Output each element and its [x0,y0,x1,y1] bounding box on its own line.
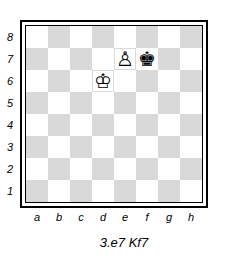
square-b3[interactable] [48,136,70,158]
square-d1[interactable] [92,180,114,202]
square-c6[interactable] [70,70,92,92]
square-a2[interactable] [26,158,48,180]
board-inner: ♙♚♔ [25,25,203,203]
rank-label-8: 8 [0,26,20,48]
square-h1[interactable] [180,180,202,202]
square-b6[interactable] [48,70,70,92]
square-f6[interactable] [136,70,158,92]
file-label-h: h [180,211,202,224]
square-f4[interactable] [136,114,158,136]
square-d2[interactable] [92,158,114,180]
square-a5[interactable] [26,92,48,114]
square-f7[interactable]: ♚ [136,48,158,70]
square-g2[interactable] [158,158,180,180]
file-label-g: g [158,211,180,224]
square-g1[interactable] [158,180,180,202]
rank-labels: 87654321 [0,20,20,202]
square-g4[interactable] [158,114,180,136]
square-g6[interactable] [158,70,180,92]
rank-label-1: 1 [0,180,20,202]
rank-label-3: 3 [0,136,20,158]
file-label-b: b [48,211,70,224]
square-e1[interactable] [114,180,136,202]
square-a6[interactable] [26,70,48,92]
square-b7[interactable] [48,48,70,70]
chess-diagram: 87654321 ♙♚♔ abcdefgh 3.e7 Kf7 [0,0,248,250]
square-h4[interactable] [180,114,202,136]
file-label-f: f [136,211,158,224]
rank-label-7: 7 [0,48,20,70]
square-g5[interactable] [158,92,180,114]
rank-label-2: 2 [0,158,20,180]
square-e5[interactable] [114,92,136,114]
square-b1[interactable] [48,180,70,202]
square-d3[interactable] [92,136,114,158]
square-h3[interactable] [180,136,202,158]
white-king: ♔ [93,71,113,91]
square-f1[interactable] [136,180,158,202]
chess-board: ♙♚♔ [26,26,202,202]
square-d7[interactable] [92,48,114,70]
square-a8[interactable] [26,26,48,48]
square-b8[interactable] [48,26,70,48]
square-h8[interactable] [180,26,202,48]
square-d4[interactable] [92,114,114,136]
square-c2[interactable] [70,158,92,180]
file-label-c: c [70,211,92,224]
square-b4[interactable] [48,114,70,136]
square-h6[interactable] [180,70,202,92]
square-h2[interactable] [180,158,202,180]
square-c8[interactable] [70,26,92,48]
square-b5[interactable] [48,92,70,114]
square-d8[interactable] [92,26,114,48]
square-e2[interactable] [114,158,136,180]
square-c7[interactable] [70,48,92,70]
white-pawn: ♙ [115,49,135,69]
square-h7[interactable] [180,48,202,70]
square-e3[interactable] [114,136,136,158]
square-g8[interactable] [158,26,180,48]
square-e4[interactable] [114,114,136,136]
black-king: ♚ [137,49,157,69]
square-c5[interactable] [70,92,92,114]
square-a1[interactable] [26,180,48,202]
rank-label-5: 5 [0,92,20,114]
square-d5[interactable] [92,92,114,114]
square-f8[interactable] [136,26,158,48]
square-d6[interactable]: ♔ [92,70,114,92]
square-h5[interactable] [180,92,202,114]
square-e8[interactable] [114,26,136,48]
square-c1[interactable] [70,180,92,202]
square-a7[interactable] [26,48,48,70]
square-b2[interactable] [48,158,70,180]
file-labels: abcdefgh [26,211,248,224]
square-f2[interactable] [136,158,158,180]
square-c3[interactable] [70,136,92,158]
square-c4[interactable] [70,114,92,136]
square-a4[interactable] [26,114,48,136]
board-frame: ♙♚♔ [20,20,208,208]
move-caption: 3.e7 Kf7 [0,235,248,250]
rank-label-4: 4 [0,114,20,136]
square-e6[interactable] [114,70,136,92]
file-label-d: d [92,211,114,224]
file-label-a: a [26,211,48,224]
square-f5[interactable] [136,92,158,114]
square-g3[interactable] [158,136,180,158]
square-g7[interactable] [158,48,180,70]
square-e7[interactable]: ♙ [114,48,136,70]
square-f3[interactable] [136,136,158,158]
file-label-e: e [114,211,136,224]
square-a3[interactable] [26,136,48,158]
rank-label-6: 6 [0,70,20,92]
